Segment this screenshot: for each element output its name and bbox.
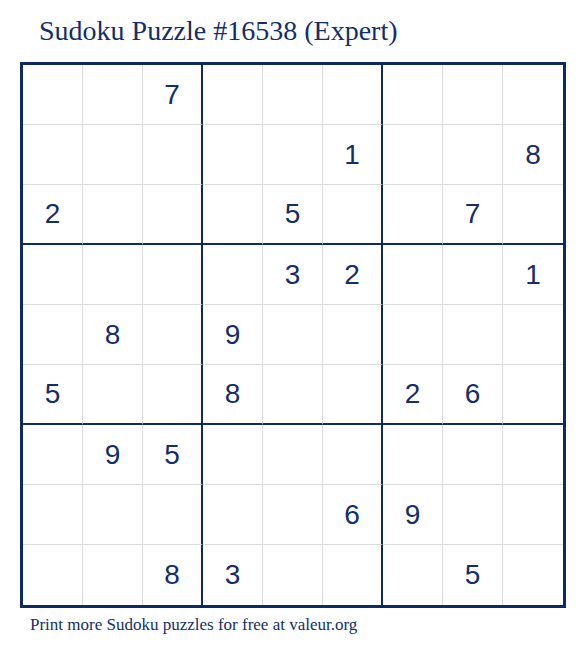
sudoku-cell-r6c5[interactable] xyxy=(263,365,323,425)
sudoku-cell-r9c5[interactable] xyxy=(263,545,323,605)
sudoku-cell-r4c1[interactable] xyxy=(23,245,83,305)
sudoku-cell-r1c6[interactable] xyxy=(323,65,383,125)
sudoku-cell-r3c8[interactable]: 7 xyxy=(443,185,503,245)
sudoku-cell-r6c6[interactable] xyxy=(323,365,383,425)
sudoku-cell-r8c8[interactable] xyxy=(443,485,503,545)
sudoku-cell-r6c3[interactable] xyxy=(143,365,203,425)
sudoku-cell-r1c1[interactable] xyxy=(23,65,83,125)
sudoku-cell-r8c6[interactable]: 6 xyxy=(323,485,383,545)
sudoku-cell-r1c3[interactable]: 7 xyxy=(143,65,203,125)
sudoku-cell-r1c4[interactable] xyxy=(203,65,263,125)
sudoku-cell-r6c4[interactable]: 8 xyxy=(203,365,263,425)
sudoku-cell-r7c1[interactable] xyxy=(23,425,83,485)
sudoku-cell-r4c9[interactable]: 1 xyxy=(503,245,563,305)
sudoku-cell-r7c9[interactable] xyxy=(503,425,563,485)
sudoku-cell-r9c8[interactable]: 5 xyxy=(443,545,503,605)
sudoku-cell-r8c4[interactable] xyxy=(203,485,263,545)
sudoku-cell-r1c9[interactable] xyxy=(503,65,563,125)
sudoku-cell-r2c2[interactable] xyxy=(83,125,143,185)
sudoku-cell-r9c2[interactable] xyxy=(83,545,143,605)
sudoku-cell-r3c7[interactable] xyxy=(383,185,443,245)
sudoku-cell-r6c7[interactable]: 2 xyxy=(383,365,443,425)
sudoku-cell-r3c9[interactable] xyxy=(503,185,563,245)
sudoku-cell-r3c1[interactable]: 2 xyxy=(23,185,83,245)
sudoku-board: 7182573218958269569835 xyxy=(20,62,566,608)
sudoku-cell-r7c4[interactable] xyxy=(203,425,263,485)
sudoku-cell-r7c7[interactable] xyxy=(383,425,443,485)
sudoku-cell-r4c2[interactable] xyxy=(83,245,143,305)
sudoku-cell-r5c7[interactable] xyxy=(383,305,443,365)
sudoku-cell-r4c5[interactable]: 3 xyxy=(263,245,323,305)
sudoku-cell-r6c1[interactable]: 5 xyxy=(23,365,83,425)
sudoku-cell-r8c1[interactable] xyxy=(23,485,83,545)
sudoku-cell-r7c5[interactable] xyxy=(263,425,323,485)
sudoku-cell-r9c9[interactable] xyxy=(503,545,563,605)
sudoku-cell-r4c7[interactable] xyxy=(383,245,443,305)
sudoku-cell-r9c6[interactable] xyxy=(323,545,383,605)
sudoku-cell-r9c4[interactable]: 3 xyxy=(203,545,263,605)
footer-text: Print more Sudoku puzzles for free at va… xyxy=(30,615,357,635)
sudoku-cell-r4c4[interactable] xyxy=(203,245,263,305)
sudoku-cell-r5c1[interactable] xyxy=(23,305,83,365)
sudoku-cell-r5c4[interactable]: 9 xyxy=(203,305,263,365)
sudoku-cell-r4c3[interactable] xyxy=(143,245,203,305)
page-title: Sudoku Puzzle #16538 (Expert) xyxy=(39,14,398,48)
sudoku-cell-r2c8[interactable] xyxy=(443,125,503,185)
sudoku-cell-r6c9[interactable] xyxy=(503,365,563,425)
sudoku-cell-r2c6[interactable]: 1 xyxy=(323,125,383,185)
sudoku-cell-r9c3[interactable]: 8 xyxy=(143,545,203,605)
sudoku-cell-r7c6[interactable] xyxy=(323,425,383,485)
sudoku-cell-r1c8[interactable] xyxy=(443,65,503,125)
sudoku-cell-r5c2[interactable]: 8 xyxy=(83,305,143,365)
sudoku-cell-r2c3[interactable] xyxy=(143,125,203,185)
sudoku-cell-r9c1[interactable] xyxy=(23,545,83,605)
sudoku-cell-r5c3[interactable] xyxy=(143,305,203,365)
sudoku-cell-r5c9[interactable] xyxy=(503,305,563,365)
sudoku-cell-r1c5[interactable] xyxy=(263,65,323,125)
sudoku-cell-r3c6[interactable] xyxy=(323,185,383,245)
sudoku-cell-r8c2[interactable] xyxy=(83,485,143,545)
sudoku-cell-r2c4[interactable] xyxy=(203,125,263,185)
sudoku-cell-r3c4[interactable] xyxy=(203,185,263,245)
sudoku-cell-r6c2[interactable] xyxy=(83,365,143,425)
sudoku-cell-r3c2[interactable] xyxy=(83,185,143,245)
sudoku-cell-r9c7[interactable] xyxy=(383,545,443,605)
sudoku-cell-r1c7[interactable] xyxy=(383,65,443,125)
sudoku-cell-r2c1[interactable] xyxy=(23,125,83,185)
sudoku-cell-r2c5[interactable] xyxy=(263,125,323,185)
sudoku-cell-r7c2[interactable]: 9 xyxy=(83,425,143,485)
sudoku-cell-r3c3[interactable] xyxy=(143,185,203,245)
sudoku-cell-r6c8[interactable]: 6 xyxy=(443,365,503,425)
sudoku-cell-r7c8[interactable] xyxy=(443,425,503,485)
sudoku-cell-r5c8[interactable] xyxy=(443,305,503,365)
sudoku-cell-r2c7[interactable] xyxy=(383,125,443,185)
sudoku-cell-r1c2[interactable] xyxy=(83,65,143,125)
sudoku-cell-r4c6[interactable]: 2 xyxy=(323,245,383,305)
sudoku-cell-r4c8[interactable] xyxy=(443,245,503,305)
sudoku-cell-r5c5[interactable] xyxy=(263,305,323,365)
sudoku-cell-r8c3[interactable] xyxy=(143,485,203,545)
sudoku-cell-r2c9[interactable]: 8 xyxy=(503,125,563,185)
sudoku-cell-r8c9[interactable] xyxy=(503,485,563,545)
sudoku-cell-r8c5[interactable] xyxy=(263,485,323,545)
sudoku-cell-r5c6[interactable] xyxy=(323,305,383,365)
sudoku-cell-r3c5[interactable]: 5 xyxy=(263,185,323,245)
sudoku-cell-r7c3[interactable]: 5 xyxy=(143,425,203,485)
sudoku-page: Sudoku Puzzle #16538 (Expert) 7182573218… xyxy=(0,0,580,651)
sudoku-cell-r8c7[interactable]: 9 xyxy=(383,485,443,545)
